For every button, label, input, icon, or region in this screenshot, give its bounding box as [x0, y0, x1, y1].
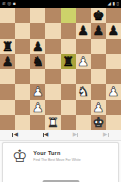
notification-icon-2: ◎	[7, 2, 11, 7]
square-a1[interactable]	[0, 115, 15, 130]
square-f1[interactable]	[76, 115, 91, 130]
skip-bar	[77, 133, 78, 138]
white-pawn-g2: ♟	[92, 101, 104, 114]
square-b4[interactable]	[15, 69, 30, 84]
square-a8[interactable]	[0, 8, 15, 23]
square-e2[interactable]	[61, 100, 76, 115]
status-bar: ≋ ◎ ▪ ◢ ▮ ▯	[0, 0, 121, 8]
black-rook-a6: ♜	[2, 40, 14, 53]
square-f5[interactable]: ♟	[76, 54, 91, 69]
square-g8[interactable]: ♚	[91, 8, 106, 23]
next-move-icon: ▶	[73, 132, 77, 138]
square-a2[interactable]	[0, 100, 15, 115]
square-d1[interactable]: ♜	[45, 115, 60, 130]
skip-bar	[108, 133, 109, 138]
square-c1[interactable]	[30, 115, 45, 130]
black-rook-e5: ♜	[62, 55, 74, 68]
square-c7[interactable]	[30, 23, 45, 38]
black-pawn-c6: ♟	[32, 40, 44, 53]
notification-icon-3: ▪	[13, 2, 16, 7]
square-a3[interactable]	[0, 84, 15, 99]
status-right-icons: ◢ ▮ ▯	[108, 2, 119, 7]
white-pawn-f5: ♟	[77, 55, 89, 68]
square-g2[interactable]: ♟	[91, 100, 106, 115]
square-h8[interactable]	[106, 8, 121, 23]
first-move-button[interactable]: ◀	[12, 132, 18, 138]
white-pawn-h3: ♟	[108, 85, 120, 98]
white-pawn-c2: ♟	[32, 101, 44, 114]
square-c3[interactable]: ♟	[30, 84, 45, 99]
move-controls: ◀ ◀ ▶ ▶	[0, 130, 121, 141]
last-move-icon: ▶	[103, 132, 107, 138]
previous-move-icon: ◀	[44, 132, 48, 138]
status-left-icons: ≋ ◎ ▪	[2, 2, 16, 7]
black-pawn-a5: ♟	[2, 55, 14, 68]
turn-subtitle: Find The Best Move For White	[33, 158, 80, 162]
square-a5[interactable]: ♟	[0, 54, 15, 69]
square-d3[interactable]	[45, 84, 60, 99]
square-g6[interactable]	[91, 39, 106, 54]
square-g7[interactable]: ♟	[91, 23, 106, 38]
square-a6[interactable]: ♜	[0, 39, 15, 54]
turn-card: ♔ Your Turn Find The Best Move For White	[2, 142, 119, 182]
square-g3[interactable]	[91, 84, 106, 99]
black-pawn-g7: ♟	[92, 24, 104, 37]
black-pawn-h7: ♟	[108, 24, 120, 37]
black-pawn-f7: ♟	[77, 24, 89, 37]
square-e4[interactable]	[61, 69, 76, 84]
signal-icon: ◢	[108, 2, 111, 7]
square-c6[interactable]: ♟	[30, 39, 45, 54]
square-g5[interactable]	[91, 54, 106, 69]
square-e5[interactable]: ♜	[61, 54, 76, 69]
black-king-g8: ♚	[92, 9, 104, 22]
hidden-button-edge[interactable]	[42, 180, 79, 182]
square-f8[interactable]	[76, 8, 91, 23]
square-d5[interactable]	[45, 54, 60, 69]
square-b3[interactable]	[15, 84, 30, 99]
square-e6[interactable]	[61, 39, 76, 54]
square-e1[interactable]	[61, 115, 76, 130]
battery-icon: ▯	[117, 2, 119, 7]
square-d8[interactable]	[45, 8, 60, 23]
app-screen: ≋ ◎ ▪ ◢ ▮ ▯ ♚♟♟♟♜♟♟♞♜♟♟♞♟♟♟♜♚ ◀ ◀ ▶ ▶	[0, 0, 121, 182]
square-f4[interactable]	[76, 69, 91, 84]
square-h4[interactable]	[106, 69, 121, 84]
square-h6[interactable]	[106, 39, 121, 54]
square-g1[interactable]: ♚	[91, 115, 106, 130]
square-d7[interactable]	[45, 23, 60, 38]
square-c5[interactable]: ♞	[30, 54, 45, 69]
square-f3[interactable]: ♞	[76, 84, 91, 99]
square-f6[interactable]	[76, 39, 91, 54]
square-h1[interactable]	[106, 115, 121, 130]
notification-icon-1: ≋	[2, 2, 6, 7]
first-move-icon: ◀	[14, 132, 18, 138]
bottom-panel: ♔ Your Turn Find The Best Move For White	[0, 141, 121, 182]
white-rook-d1: ♜	[47, 116, 59, 129]
square-h5[interactable]	[106, 54, 121, 69]
wifi-icon: ▮	[113, 2, 115, 7]
square-b5[interactable]	[15, 54, 30, 69]
square-b2[interactable]	[15, 100, 30, 115]
last-move-button[interactable]: ▶	[103, 132, 109, 138]
square-a7[interactable]	[0, 23, 15, 38]
square-c8[interactable]	[30, 8, 45, 23]
square-h2[interactable]	[106, 100, 121, 115]
white-knight-f3: ♞	[77, 85, 89, 98]
square-b7[interactable]	[15, 23, 30, 38]
square-b8[interactable]	[15, 8, 30, 23]
square-f2[interactable]	[76, 100, 91, 115]
black-knight-c5: ♞	[32, 55, 44, 68]
chess-board[interactable]: ♚♟♟♟♜♟♟♞♜♟♟♞♟♟♟♜♚	[0, 8, 121, 130]
square-e8[interactable]	[61, 8, 76, 23]
square-c4[interactable]	[30, 69, 45, 84]
square-h3[interactable]: ♟	[106, 84, 121, 99]
square-b6[interactable]	[15, 39, 30, 54]
square-e7[interactable]	[61, 23, 76, 38]
square-d6[interactable]	[45, 39, 60, 54]
white-king-icon: ♔	[12, 148, 27, 165]
next-move-button[interactable]: ▶	[73, 132, 79, 138]
square-h7[interactable]: ♟	[106, 23, 121, 38]
white-pawn-c3: ♟	[32, 85, 44, 98]
square-a4[interactable]	[0, 69, 15, 84]
square-c2[interactable]: ♟	[30, 100, 45, 115]
white-king-g1: ♚	[92, 116, 104, 129]
turn-title: Your Turn	[33, 150, 80, 156]
square-d4[interactable]	[45, 69, 60, 84]
previous-move-button[interactable]: ◀	[43, 132, 49, 138]
square-b1[interactable]	[15, 115, 30, 130]
square-d2[interactable]	[45, 100, 60, 115]
turn-texts: Your Turn Find The Best Move For White	[33, 150, 80, 162]
square-f7[interactable]: ♟	[76, 23, 91, 38]
square-e3[interactable]	[61, 84, 76, 99]
square-g4[interactable]	[91, 69, 106, 84]
